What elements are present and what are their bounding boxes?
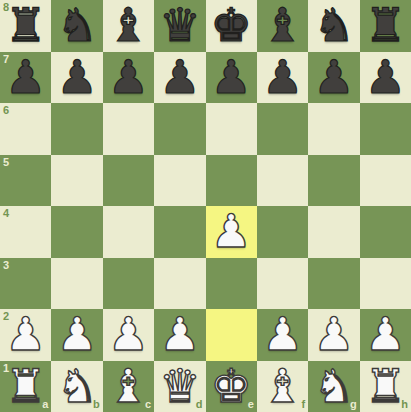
piece-white-pawn[interactable]: ♟ (159, 309, 200, 360)
square-b5[interactable] (51, 155, 102, 207)
piece-black-bishop[interactable]: ♝ (108, 0, 149, 51)
file-label-d: d (196, 399, 203, 410)
piece-black-king[interactable]: ♚ (211, 0, 252, 51)
piece-white-pawn[interactable]: ♟ (365, 309, 406, 360)
square-e3[interactable] (206, 258, 257, 310)
square-c8[interactable]: ♝ (103, 0, 154, 52)
file-label-e: e (248, 399, 254, 410)
piece-black-bishop[interactable]: ♝ (262, 0, 303, 51)
square-g6[interactable] (308, 103, 359, 155)
piece-white-rook[interactable]: ♜ (365, 361, 406, 412)
square-c5[interactable] (103, 155, 154, 207)
square-e8[interactable]: ♚ (206, 0, 257, 52)
piece-white-rook[interactable]: ♜ (5, 361, 46, 412)
square-h3[interactable] (360, 258, 411, 310)
file-label-g: g (350, 399, 357, 410)
square-g8[interactable]: ♞ (308, 0, 359, 52)
square-c3[interactable] (103, 258, 154, 310)
piece-black-queen[interactable]: ♛ (159, 0, 200, 51)
square-b3[interactable] (51, 258, 102, 310)
piece-white-bishop[interactable]: ♝ (108, 361, 149, 412)
square-e7[interactable]: ♟ (206, 52, 257, 104)
square-d8[interactable]: ♛ (154, 0, 205, 52)
piece-black-pawn[interactable]: ♟ (211, 52, 252, 103)
square-h8[interactable]: ♜ (360, 0, 411, 52)
square-b4[interactable] (51, 206, 102, 258)
piece-black-rook[interactable]: ♜ (365, 0, 406, 51)
square-a7[interactable]: 7♟ (0, 52, 51, 104)
square-h4[interactable] (360, 206, 411, 258)
piece-black-knight[interactable]: ♞ (56, 0, 97, 51)
piece-white-pawn[interactable]: ♟ (211, 206, 252, 257)
square-f5[interactable] (257, 155, 308, 207)
rank-label-4: 4 (3, 208, 9, 219)
piece-white-knight[interactable]: ♞ (313, 361, 354, 412)
square-e5[interactable] (206, 155, 257, 207)
square-f8[interactable]: ♝ (257, 0, 308, 52)
file-label-b: b (93, 399, 100, 410)
rank-label-7: 7 (3, 54, 9, 65)
square-e2[interactable] (206, 309, 257, 361)
square-a2[interactable]: 2♟ (0, 309, 51, 361)
file-label-c: c (145, 399, 151, 410)
file-label-a: a (42, 399, 48, 410)
square-g1[interactable]: g♞ (308, 361, 359, 412)
piece-white-pawn[interactable]: ♟ (313, 309, 354, 360)
piece-black-pawn[interactable]: ♟ (262, 52, 303, 103)
piece-white-bishop[interactable]: ♝ (262, 361, 303, 412)
piece-black-pawn[interactable]: ♟ (159, 52, 200, 103)
square-f7[interactable]: ♟ (257, 52, 308, 104)
square-g7[interactable]: ♟ (308, 52, 359, 104)
square-b6[interactable] (51, 103, 102, 155)
rank-label-1: 1 (3, 363, 9, 374)
square-d7[interactable]: ♟ (154, 52, 205, 104)
square-b2[interactable]: ♟ (51, 309, 102, 361)
square-b1[interactable]: b♞ (51, 361, 102, 412)
square-h6[interactable] (360, 103, 411, 155)
square-a8[interactable]: 8♜ (0, 0, 51, 52)
square-a3[interactable]: 3 (0, 258, 51, 310)
rank-label-8: 8 (3, 2, 9, 13)
piece-white-king[interactable]: ♚ (211, 361, 252, 412)
piece-white-pawn[interactable]: ♟ (108, 309, 149, 360)
square-c1[interactable]: c♝ (103, 361, 154, 412)
square-d2[interactable]: ♟ (154, 309, 205, 361)
square-d3[interactable] (154, 258, 205, 310)
square-g2[interactable]: ♟ (308, 309, 359, 361)
piece-white-knight[interactable]: ♞ (56, 361, 97, 412)
square-a5[interactable]: 5 (0, 155, 51, 207)
file-label-f: f (302, 399, 306, 410)
square-d4[interactable] (154, 206, 205, 258)
square-f2[interactable]: ♟ (257, 309, 308, 361)
square-b7[interactable]: ♟ (51, 52, 102, 104)
piece-black-pawn[interactable]: ♟ (108, 52, 149, 103)
square-h5[interactable] (360, 155, 411, 207)
piece-black-pawn[interactable]: ♟ (56, 52, 97, 103)
file-label-h: h (401, 399, 408, 410)
piece-black-pawn[interactable]: ♟ (365, 52, 406, 103)
piece-black-rook[interactable]: ♜ (5, 0, 46, 51)
square-g4[interactable] (308, 206, 359, 258)
rank-label-6: 6 (3, 105, 9, 116)
square-h2[interactable]: ♟ (360, 309, 411, 361)
square-g3[interactable] (308, 258, 359, 310)
square-f6[interactable] (257, 103, 308, 155)
rank-label-3: 3 (3, 260, 9, 271)
square-c7[interactable]: ♟ (103, 52, 154, 104)
square-f3[interactable] (257, 258, 308, 310)
square-g5[interactable] (308, 155, 359, 207)
square-a1[interactable]: 1a♜ (0, 361, 51, 412)
square-e1[interactable]: e♚ (206, 361, 257, 412)
square-d6[interactable] (154, 103, 205, 155)
piece-black-knight[interactable]: ♞ (313, 0, 354, 51)
piece-white-pawn[interactable]: ♟ (5, 309, 46, 360)
square-a6[interactable]: 6 (0, 103, 51, 155)
piece-white-queen[interactable]: ♛ (159, 361, 200, 412)
rank-label-5: 5 (3, 157, 9, 168)
square-a4[interactable]: 4 (0, 206, 51, 258)
square-f1[interactable]: f♝ (257, 361, 308, 412)
rank-label-2: 2 (3, 311, 9, 322)
square-e6[interactable] (206, 103, 257, 155)
square-b8[interactable]: ♞ (51, 0, 102, 52)
square-d1[interactable]: d♛ (154, 361, 205, 412)
square-c4[interactable] (103, 206, 154, 258)
piece-white-pawn[interactable]: ♟ (56, 309, 97, 360)
square-c2[interactable]: ♟ (103, 309, 154, 361)
piece-white-pawn[interactable]: ♟ (262, 309, 303, 360)
chess-board: 8♜♞♝♛♚♝♞♜7♟♟♟♟♟♟♟♟654♟32♟♟♟♟♟♟♟1a♜b♞c♝d♛… (0, 0, 411, 412)
square-h7[interactable]: ♟ (360, 52, 411, 104)
square-f4[interactable] (257, 206, 308, 258)
square-d5[interactable] (154, 155, 205, 207)
square-e4[interactable]: ♟ (206, 206, 257, 258)
square-c6[interactable] (103, 103, 154, 155)
square-h1[interactable]: h♜ (360, 361, 411, 412)
piece-black-pawn[interactable]: ♟ (5, 52, 46, 103)
piece-black-pawn[interactable]: ♟ (313, 52, 354, 103)
